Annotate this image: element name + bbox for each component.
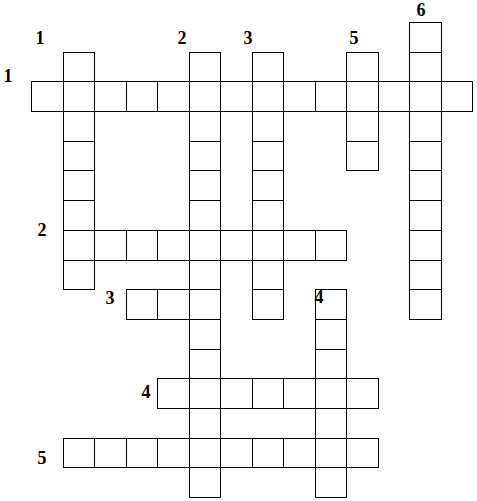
cell-r8c1[interactable]: [63, 260, 95, 290]
cell-r2c2[interactable]: [94, 81, 127, 112]
cell-r2c7[interactable]: [252, 81, 284, 112]
cell-r7c5[interactable]: [189, 230, 221, 261]
cell-r7c12[interactable]: [409, 230, 442, 261]
cell-r8c5[interactable]: [189, 260, 221, 290]
cell-r1c5[interactable]: [189, 52, 221, 82]
cell-r5c7[interactable]: [252, 170, 284, 201]
clue-number-down-2: 2: [178, 29, 187, 47]
cell-r9c7[interactable]: [252, 289, 284, 320]
crossword-board: 12345123456: [0, 0, 477, 501]
cell-r3c12[interactable]: [409, 111, 442, 142]
cell-r0c12[interactable]: [409, 22, 442, 53]
cell-r15c5[interactable]: [189, 467, 221, 498]
cell-r2c8[interactable]: [283, 81, 316, 112]
cell-r5c1[interactable]: [63, 170, 95, 201]
cell-r7c7[interactable]: [252, 230, 284, 261]
cell-r10c9[interactable]: [315, 319, 347, 350]
clue-number-across-5: 5: [38, 449, 47, 467]
cell-r4c7[interactable]: [252, 141, 284, 171]
cell-r14c6[interactable]: [220, 438, 253, 468]
clue-number-across-3: 3: [106, 289, 115, 307]
cell-r4c1[interactable]: [63, 141, 95, 171]
cell-r9c5[interactable]: [189, 289, 221, 320]
clue-number-down-6: 6: [417, 1, 426, 19]
cell-r7c2[interactable]: [94, 230, 127, 261]
cell-r8c7[interactable]: [252, 260, 284, 290]
cell-r14c9[interactable]: [315, 438, 347, 468]
cell-r2c11[interactable]: [378, 81, 410, 112]
clue-number-down-3: 3: [244, 29, 253, 47]
cell-r1c7[interactable]: [252, 52, 284, 82]
cell-r2c13[interactable]: [441, 81, 473, 112]
cell-r12c4[interactable]: [157, 378, 190, 409]
cell-r2c5[interactable]: [189, 81, 221, 112]
cell-r12c10[interactable]: [346, 378, 379, 409]
cell-r7c8[interactable]: [283, 230, 316, 261]
clue-number-across-4: 4: [142, 383, 151, 401]
cell-r14c4[interactable]: [157, 438, 190, 468]
cell-r3c7[interactable]: [252, 111, 284, 142]
cell-r2c4[interactable]: [157, 81, 190, 112]
cell-r12c9[interactable]: [315, 378, 347, 409]
cell-r2c3[interactable]: [126, 81, 158, 112]
cell-r7c9[interactable]: [315, 230, 347, 261]
cell-r1c1[interactable]: [63, 52, 95, 82]
cell-r1c10[interactable]: [346, 52, 379, 82]
cell-r13c9[interactable]: [315, 408, 347, 439]
cell-r14c2[interactable]: [94, 438, 127, 468]
cell-r9c4[interactable]: [157, 289, 190, 320]
cell-r2c1[interactable]: [63, 81, 95, 112]
cell-r14c8[interactable]: [283, 438, 316, 468]
clue-number-down-4: 4: [315, 288, 324, 306]
cell-r4c12[interactable]: [409, 141, 442, 171]
cell-r7c6[interactable]: [220, 230, 253, 261]
cell-r3c10[interactable]: [346, 111, 379, 142]
cell-r14c7[interactable]: [252, 438, 284, 468]
cell-r15c9[interactable]: [315, 467, 347, 498]
cell-r7c3[interactable]: [126, 230, 158, 261]
cell-r1c12[interactable]: [409, 52, 442, 82]
cell-r11c9[interactable]: [315, 349, 347, 379]
cell-r3c5[interactable]: [189, 111, 221, 142]
cell-r2c10[interactable]: [346, 81, 379, 112]
cell-r4c10[interactable]: [346, 141, 379, 171]
cell-r13c5[interactable]: [189, 408, 221, 439]
cell-r6c12[interactable]: [409, 200, 442, 231]
cell-r2c0[interactable]: [31, 81, 64, 112]
cell-r11c5[interactable]: [189, 349, 221, 379]
cell-r12c6[interactable]: [220, 378, 253, 409]
cell-r3c1[interactable]: [63, 111, 95, 142]
cell-r12c7[interactable]: [252, 378, 284, 409]
cell-r12c5[interactable]: [189, 378, 221, 409]
clue-number-across-1: 1: [4, 67, 13, 85]
cell-r12c8[interactable]: [283, 378, 316, 409]
cell-r5c5[interactable]: [189, 170, 221, 201]
clue-number-across-2: 2: [38, 221, 47, 239]
cell-r14c5[interactable]: [189, 438, 221, 468]
cell-r14c1[interactable]: [63, 438, 95, 468]
cell-r14c10[interactable]: [346, 438, 379, 468]
cell-r9c12[interactable]: [409, 289, 442, 320]
cell-r10c5[interactable]: [189, 319, 221, 350]
cell-r2c12[interactable]: [409, 81, 442, 112]
cell-r7c1[interactable]: [63, 230, 95, 261]
cell-r14c3[interactable]: [126, 438, 158, 468]
clue-number-down-5: 5: [350, 29, 359, 47]
cell-r4c5[interactable]: [189, 141, 221, 171]
cell-r2c9[interactable]: [315, 81, 347, 112]
cell-r6c1[interactable]: [63, 200, 95, 231]
cell-r9c3[interactable]: [126, 289, 158, 320]
clue-number-down-1: 1: [36, 29, 45, 47]
cell-r2c6[interactable]: [220, 81, 253, 112]
cell-r7c4[interactable]: [157, 230, 190, 261]
cell-r8c12[interactable]: [409, 260, 442, 290]
cell-r5c12[interactable]: [409, 170, 442, 201]
cell-r6c5[interactable]: [189, 200, 221, 231]
cell-r6c7[interactable]: [252, 200, 284, 231]
